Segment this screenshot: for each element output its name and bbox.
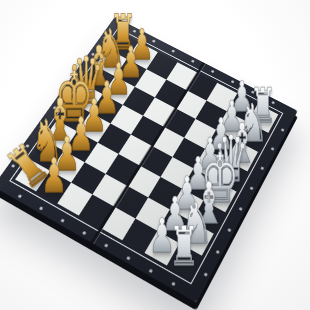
magnet-dot xyxy=(171,49,175,52)
silver-rook-h8[interactable]: ♜ xyxy=(169,220,199,274)
magnet-dot xyxy=(261,166,265,170)
product-photo-scene: ♜♞♝♛♚♝♞♜♟♟♟♟♟♟♟♟♟♟♟♟♟♟♟♟♜♞♝♛♚♝♞♜ xyxy=(0,0,310,310)
magnet-dot xyxy=(17,194,21,198)
magnet-dot xyxy=(239,206,243,210)
magnet-dot xyxy=(104,243,108,247)
magnet-dot xyxy=(210,69,214,72)
magnet-dot xyxy=(60,218,64,222)
magnet-dot xyxy=(250,186,254,190)
magnet-dot xyxy=(82,231,86,235)
magnet-dot xyxy=(171,281,175,286)
magnet-dot xyxy=(281,128,285,132)
magnet-dot xyxy=(126,256,130,260)
magnet-dot xyxy=(216,249,220,253)
magnet-dot xyxy=(191,59,195,62)
gold-pawn-h2[interactable]: ♟ xyxy=(40,152,67,200)
magnet-dot xyxy=(228,228,232,232)
magnet-dot xyxy=(271,147,275,151)
magnet-dot xyxy=(148,268,152,272)
magnet-dot xyxy=(38,206,42,210)
magnet-dot xyxy=(204,272,208,276)
